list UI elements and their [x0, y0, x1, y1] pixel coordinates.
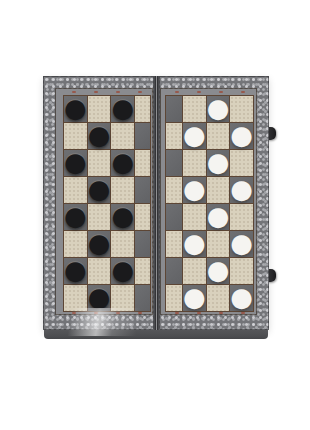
black-checker[interactable]: ● [88, 284, 111, 310]
square-r2c4[interactable] [135, 123, 150, 149]
square-r4c7 [207, 177, 230, 203]
square-r3c3[interactable]: ● [111, 150, 134, 176]
square-r8c1 [64, 285, 87, 311]
white-checker[interactable]: ● [230, 230, 253, 256]
black-checker[interactable]: ● [64, 203, 87, 229]
square-r4c5 [166, 177, 181, 203]
square-r4c3 [111, 177, 134, 203]
white-checker[interactable]: ● [183, 230, 206, 256]
square-r5c3[interactable]: ● [111, 204, 134, 230]
square-r2c8[interactable]: ● [230, 123, 253, 149]
frame-tick [175, 312, 179, 314]
frame-tick [138, 91, 142, 93]
panel-right: ●●●●●●●●●●●● [161, 89, 256, 314]
square-r6c5 [166, 231, 181, 257]
photo-canvas: ●●●●●●●●●●●● ●●●●●●●●●●●● [0, 0, 310, 430]
board-half-left: ●●●●●●●●●●●● [43, 76, 154, 330]
square-r8c6[interactable]: ● [183, 285, 206, 311]
frame-tick [72, 91, 76, 93]
square-r3c1[interactable]: ● [64, 150, 87, 176]
square-r2c2[interactable]: ● [88, 123, 111, 149]
frame-tick [94, 91, 98, 93]
square-r1c6 [183, 96, 206, 122]
square-r1c8 [230, 96, 253, 122]
square-r8c4[interactable] [135, 285, 150, 311]
square-r4c2[interactable]: ● [88, 177, 111, 203]
black-checker[interactable]: ● [111, 203, 134, 229]
square-r8c8[interactable]: ● [230, 285, 253, 311]
square-r3c4 [135, 150, 150, 176]
square-r5c8 [230, 204, 253, 230]
black-checker[interactable]: ● [88, 122, 111, 148]
white-checker[interactable]: ● [230, 122, 253, 148]
black-checker[interactable]: ● [88, 176, 111, 202]
frame-tick [175, 91, 179, 93]
square-r8c5 [166, 285, 181, 311]
black-checker[interactable]: ● [111, 95, 134, 121]
square-r6c6[interactable]: ● [183, 231, 206, 257]
square-r8c3 [111, 285, 134, 311]
square-r2c3 [111, 123, 134, 149]
frame-tick [241, 91, 245, 93]
square-r1c4 [135, 96, 150, 122]
square-r4c8[interactable]: ● [230, 177, 253, 203]
square-r5c4 [135, 204, 150, 230]
square-r8c2[interactable]: ● [88, 285, 111, 311]
frame-tick [72, 312, 76, 314]
white-checker[interactable]: ● [230, 284, 253, 310]
black-checker[interactable]: ● [64, 257, 87, 283]
square-r7c2 [88, 258, 111, 284]
white-checker[interactable]: ● [183, 176, 206, 202]
frame-tick [197, 312, 201, 314]
frame-tick [241, 312, 245, 314]
square-r5c6 [183, 204, 206, 230]
black-checker[interactable]: ● [88, 230, 111, 256]
square-r1c1[interactable]: ● [64, 96, 87, 122]
square-r7c5[interactable] [166, 258, 181, 284]
frame-tick [219, 312, 223, 314]
square-r6c4[interactable] [135, 231, 150, 257]
grid-left: ●●●●●●●●●●●● [63, 95, 151, 312]
square-r1c2 [88, 96, 111, 122]
square-r3c2 [88, 150, 111, 176]
square-r5c1[interactable]: ● [64, 204, 87, 230]
black-checker[interactable]: ● [111, 257, 134, 283]
black-checker[interactable]: ● [64, 149, 87, 175]
black-checker[interactable]: ● [64, 95, 87, 121]
square-r3c5[interactable] [166, 150, 181, 176]
white-checker[interactable]: ● [207, 95, 230, 121]
square-r7c1[interactable]: ● [64, 258, 87, 284]
square-r2c6[interactable]: ● [183, 123, 206, 149]
white-checker[interactable]: ● [207, 203, 230, 229]
square-r7c8 [230, 258, 253, 284]
frame-tick [116, 312, 120, 314]
white-checker[interactable]: ● [207, 257, 230, 283]
square-r3c8 [230, 150, 253, 176]
square-r2c1 [64, 123, 87, 149]
frame-tick [94, 312, 98, 314]
board: ●●●●●●●●●●●● ●●●●●●●●●●●● [43, 76, 269, 330]
white-checker[interactable]: ● [230, 176, 253, 202]
square-r6c7 [207, 231, 230, 257]
grid-right: ●●●●●●●●●●●● [165, 95, 254, 312]
square-r5c7[interactable]: ● [207, 204, 230, 230]
white-checker[interactable]: ● [207, 149, 230, 175]
square-r4c6[interactable]: ● [183, 177, 206, 203]
square-r6c3 [111, 231, 134, 257]
frame-tick [116, 91, 120, 93]
frame-tick [197, 91, 201, 93]
board-half-right: ●●●●●●●●●●●● [159, 76, 269, 330]
white-checker[interactable]: ● [183, 284, 206, 310]
square-r3c6 [183, 150, 206, 176]
square-r1c3[interactable]: ● [111, 96, 134, 122]
panel-left: ●●●●●●●●●●●● [56, 89, 152, 314]
square-r2c7 [207, 123, 230, 149]
frame-tick [138, 312, 142, 314]
square-r6c2[interactable]: ● [88, 231, 111, 257]
square-r1c7[interactable]: ● [207, 96, 230, 122]
square-r4c4[interactable] [135, 177, 150, 203]
square-r4c1 [64, 177, 87, 203]
square-r7c6 [183, 258, 206, 284]
square-r1c5[interactable] [166, 96, 181, 122]
square-r6c1 [64, 231, 87, 257]
square-r3c7[interactable]: ● [207, 150, 230, 176]
square-r8c7 [207, 285, 230, 311]
square-r7c4 [135, 258, 150, 284]
white-checker[interactable]: ● [183, 122, 206, 148]
frame-tick [219, 91, 223, 93]
square-r6c8[interactable]: ● [230, 231, 253, 257]
black-checker[interactable]: ● [111, 149, 134, 175]
square-r2c5 [166, 123, 181, 149]
square-r7c3[interactable]: ● [111, 258, 134, 284]
square-r7c7[interactable]: ● [207, 258, 230, 284]
square-r5c2 [88, 204, 111, 230]
square-r5c5[interactable] [166, 204, 181, 230]
